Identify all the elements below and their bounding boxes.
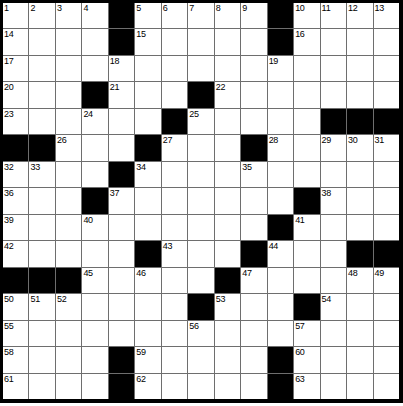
cell-r12c4[interactable]: [82, 294, 107, 319]
clue-number-51: 51: [30, 294, 39, 304]
cell-r2c4[interactable]: [82, 29, 107, 54]
cell-r2c10[interactable]: [241, 29, 266, 54]
cell-r5c9[interactable]: [215, 109, 240, 134]
black-cell-r11c9: [215, 268, 240, 293]
cell-r15c1[interactable]: 61: [3, 374, 28, 399]
cell-r7c4[interactable]: [82, 162, 107, 187]
clue-number-7: 7: [189, 3, 194, 13]
clue-number-55: 55: [4, 321, 13, 331]
cell-r13c3[interactable]: [56, 321, 81, 346]
clue-number-44: 44: [269, 241, 278, 251]
black-cell-r5c15: [374, 109, 399, 134]
cell-r10c11[interactable]: 44: [268, 241, 293, 266]
cell-r10c1[interactable]: 42: [3, 241, 28, 266]
clue-number-15: 15: [136, 29, 145, 39]
cell-r5c1[interactable]: 23: [3, 109, 28, 134]
cell-r8c1[interactable]: 36: [3, 188, 28, 213]
cell-r4c15[interactable]: [374, 82, 399, 107]
cell-r8c10[interactable]: [241, 188, 266, 213]
cell-r8c5[interactable]: 37: [109, 188, 134, 213]
cell-r3c8[interactable]: [188, 56, 213, 81]
cell-r7c8[interactable]: [188, 162, 213, 187]
black-cell-r10c14: [347, 241, 372, 266]
cell-r15c12[interactable]: 63: [294, 374, 319, 399]
clue-number-8: 8: [216, 3, 221, 13]
cell-r7c9[interactable]: [215, 162, 240, 187]
black-cell-r5c7: [162, 109, 187, 134]
cell-r4c10[interactable]: [241, 82, 266, 107]
clue-number-39: 39: [4, 215, 13, 225]
black-cell-r6c6: [135, 135, 160, 160]
clue-number-46: 46: [136, 268, 145, 278]
cell-r4c14[interactable]: [347, 82, 372, 107]
cell-r14c7[interactable]: [162, 347, 187, 372]
clue-number-43: 43: [163, 241, 172, 251]
cell-r1c14[interactable]: 12: [347, 3, 372, 28]
cell-r5c11[interactable]: [268, 109, 293, 134]
black-cell-r5c14: [347, 109, 372, 134]
clue-number-23: 23: [4, 109, 13, 119]
clue-number-13: 13: [375, 3, 384, 13]
cell-r1c9[interactable]: 8: [215, 3, 240, 28]
cell-r8c14[interactable]: [347, 188, 372, 213]
cell-r13c15[interactable]: [374, 321, 399, 346]
cell-r15c14[interactable]: [347, 374, 372, 399]
black-cell-r11c1: [3, 268, 28, 293]
cell-r12c5[interactable]: [109, 294, 134, 319]
black-cell-r12c12: [294, 294, 319, 319]
cell-r3c11[interactable]: 19: [268, 56, 293, 81]
cell-r11c11[interactable]: [268, 268, 293, 293]
cell-r2c9[interactable]: [215, 29, 240, 54]
cell-r8c3[interactable]: [56, 188, 81, 213]
clue-number-52: 52: [57, 294, 66, 304]
cell-r1c15[interactable]: 13: [374, 3, 399, 28]
cell-r9c13[interactable]: [321, 215, 346, 240]
cell-r9c8[interactable]: [188, 215, 213, 240]
cell-r2c13[interactable]: [321, 29, 346, 54]
black-cell-r2c5: [109, 29, 134, 54]
cell-r10c8[interactable]: [188, 241, 213, 266]
cell-r8c11[interactable]: [268, 188, 293, 213]
clue-number-62: 62: [136, 374, 145, 384]
black-cell-r5c13: [321, 109, 346, 134]
clue-number-25: 25: [189, 109, 198, 119]
cell-r7c15[interactable]: [374, 162, 399, 187]
cell-r14c4[interactable]: [82, 347, 107, 372]
cell-r1c12[interactable]: 10: [294, 3, 319, 28]
clue-number-9: 9: [242, 3, 247, 13]
cell-r15c15[interactable]: [374, 374, 399, 399]
clue-number-20: 20: [4, 82, 13, 92]
cell-r13c5[interactable]: [109, 321, 134, 346]
cell-r12c3[interactable]: 52: [56, 294, 81, 319]
cell-r8c7[interactable]: [162, 188, 187, 213]
cell-r10c5[interactable]: [109, 241, 134, 266]
cell-r15c6[interactable]: 62: [135, 374, 160, 399]
black-cell-r8c4: [82, 188, 107, 213]
cell-r5c2[interactable]: [29, 109, 54, 134]
cell-r6c8[interactable]: [188, 135, 213, 160]
clue-number-61: 61: [4, 374, 13, 384]
cell-r9c9[interactable]: [215, 215, 240, 240]
cell-r7c12[interactable]: [294, 162, 319, 187]
clue-number-28: 28: [269, 135, 278, 145]
clue-number-14: 14: [4, 29, 13, 39]
cell-r2c6[interactable]: 15: [135, 29, 160, 54]
cell-r13c13[interactable]: [321, 321, 346, 346]
cell-r1c7[interactable]: 6: [162, 3, 187, 28]
cell-r14c8[interactable]: [188, 347, 213, 372]
cell-r3c14[interactable]: [347, 56, 372, 81]
cell-r14c13[interactable]: [321, 347, 346, 372]
cell-r6c7[interactable]: 27: [162, 135, 187, 160]
cell-r11c6[interactable]: 46: [135, 268, 160, 293]
clue-number-41: 41: [295, 215, 304, 225]
cell-r1c3[interactable]: 3: [56, 3, 81, 28]
cell-r9c1[interactable]: 39: [3, 215, 28, 240]
cell-r12c9[interactable]: 53: [215, 294, 240, 319]
cell-r7c2[interactable]: 33: [29, 162, 54, 187]
cell-r11c7[interactable]: [162, 268, 187, 293]
cell-r13c7[interactable]: [162, 321, 187, 346]
black-cell-r9c11: [268, 215, 293, 240]
cell-r15c2[interactable]: [29, 374, 54, 399]
clue-number-57: 57: [295, 321, 304, 331]
cell-r7c1[interactable]: 32: [3, 162, 28, 187]
cell-r5c3[interactable]: [56, 109, 81, 134]
cell-r3c12[interactable]: [294, 56, 319, 81]
black-cell-r6c10: [241, 135, 266, 160]
clue-number-1: 1: [4, 3, 9, 13]
cell-r8c15[interactable]: [374, 188, 399, 213]
cell-r3c13[interactable]: [321, 56, 346, 81]
clue-number-37: 37: [110, 188, 119, 198]
clue-number-53: 53: [216, 294, 225, 304]
clue-number-29: 29: [322, 135, 331, 145]
clue-number-3: 3: [57, 3, 62, 13]
clue-number-32: 32: [4, 162, 13, 172]
clue-number-40: 40: [83, 215, 92, 225]
black-cell-r10c15: [374, 241, 399, 266]
black-cell-r10c10: [241, 241, 266, 266]
clue-number-36: 36: [4, 188, 13, 198]
clue-number-27: 27: [163, 135, 172, 145]
black-cell-r1c5: [109, 3, 134, 28]
cell-r5c6[interactable]: [135, 109, 160, 134]
cell-r13c10[interactable]: [241, 321, 266, 346]
cell-r4c9[interactable]: 22: [215, 82, 240, 107]
cell-r3c3[interactable]: [56, 56, 81, 81]
cell-r13c12[interactable]: 57: [294, 321, 319, 346]
black-cell-r14c11: [268, 347, 293, 372]
clue-number-49: 49: [375, 268, 384, 278]
clue-number-6: 6: [163, 3, 168, 13]
clue-number-19: 19: [269, 56, 278, 66]
cell-r13c8[interactable]: 56: [188, 321, 213, 346]
cell-r10c4[interactable]: [82, 241, 107, 266]
cell-r6c3[interactable]: 26: [56, 135, 81, 160]
cell-r2c15[interactable]: [374, 29, 399, 54]
clue-number-31: 31: [375, 135, 384, 145]
clue-number-10: 10: [295, 3, 304, 13]
cell-r9c6[interactable]: [135, 215, 160, 240]
clue-number-21: 21: [110, 82, 119, 92]
cell-r14c6[interactable]: 59: [135, 347, 160, 372]
cell-r2c7[interactable]: [162, 29, 187, 54]
cell-r8c6[interactable]: [135, 188, 160, 213]
black-cell-r10c6: [135, 241, 160, 266]
cell-r3c2[interactable]: [29, 56, 54, 81]
cell-r14c10[interactable]: [241, 347, 266, 372]
clue-number-2: 2: [30, 3, 35, 13]
cell-r7c7[interactable]: [162, 162, 187, 187]
cell-r8c8[interactable]: [188, 188, 213, 213]
cell-r11c10[interactable]: 47: [241, 268, 266, 293]
cell-r15c10[interactable]: [241, 374, 266, 399]
cell-r4c11[interactable]: [268, 82, 293, 107]
cell-r14c3[interactable]: [56, 347, 81, 372]
cell-r9c7[interactable]: [162, 215, 187, 240]
cell-r15c8[interactable]: [188, 374, 213, 399]
clue-number-18: 18: [110, 56, 119, 66]
cell-r9c15[interactable]: [374, 215, 399, 240]
cell-r10c12[interactable]: [294, 241, 319, 266]
cell-r7c13[interactable]: [321, 162, 346, 187]
clue-number-34: 34: [136, 162, 145, 172]
clue-number-42: 42: [4, 241, 13, 251]
cell-r5c10[interactable]: [241, 109, 266, 134]
cell-r3c10[interactable]: [241, 56, 266, 81]
cell-r3c9[interactable]: [215, 56, 240, 81]
cell-r14c2[interactable]: [29, 347, 54, 372]
cell-r3c6[interactable]: [135, 56, 160, 81]
clue-number-12: 12: [348, 3, 357, 13]
black-cell-r12c8: [188, 294, 213, 319]
clue-number-38: 38: [322, 188, 331, 198]
cell-r6c9[interactable]: [215, 135, 240, 160]
cell-r2c8[interactable]: [188, 29, 213, 54]
black-cell-r2c11: [268, 29, 293, 54]
clue-number-50: 50: [4, 294, 13, 304]
cell-r11c14[interactable]: 48: [347, 268, 372, 293]
cell-r7c11[interactable]: [268, 162, 293, 187]
cell-r2c3[interactable]: [56, 29, 81, 54]
cell-r15c7[interactable]: [162, 374, 187, 399]
black-cell-r6c2: [29, 135, 54, 160]
cell-r9c2[interactable]: [29, 215, 54, 240]
clue-number-16: 16: [295, 29, 304, 39]
cell-r13c9[interactable]: [215, 321, 240, 346]
clue-number-30: 30: [348, 135, 357, 145]
cell-r6c15[interactable]: 31: [374, 135, 399, 160]
clue-number-60: 60: [295, 347, 304, 357]
cell-r1c13[interactable]: 11: [321, 3, 346, 28]
cell-r10c9[interactable]: [215, 241, 240, 266]
cell-r6c12[interactable]: [294, 135, 319, 160]
cell-r6c11[interactable]: 28: [268, 135, 293, 160]
clue-number-33: 33: [30, 162, 39, 172]
cell-r3c1[interactable]: 17: [3, 56, 28, 81]
clue-number-54: 54: [322, 294, 331, 304]
cell-r1c8[interactable]: 7: [188, 3, 213, 28]
cell-r4c12[interactable]: [294, 82, 319, 107]
cell-r14c14[interactable]: [347, 347, 372, 372]
clue-number-58: 58: [4, 347, 13, 357]
cell-r9c14[interactable]: [347, 215, 372, 240]
black-cell-r15c11: [268, 374, 293, 399]
cell-r10c3[interactable]: [56, 241, 81, 266]
cell-r3c4[interactable]: [82, 56, 107, 81]
cell-r13c2[interactable]: [29, 321, 54, 346]
cell-r12c14[interactable]: [347, 294, 372, 319]
cell-r12c15[interactable]: [374, 294, 399, 319]
black-cell-r15c5: [109, 374, 134, 399]
clue-number-5: 5: [136, 3, 141, 13]
cell-r15c4[interactable]: [82, 374, 107, 399]
crossword-grid: 1234567891011121314151617181920212223242…: [0, 0, 403, 403]
clue-number-22: 22: [216, 82, 225, 92]
cell-r14c9[interactable]: [215, 347, 240, 372]
clue-number-63: 63: [295, 374, 304, 384]
cell-r2c14[interactable]: [347, 29, 372, 54]
black-cell-r11c3: [56, 268, 81, 293]
clue-number-26: 26: [57, 135, 66, 145]
cell-r4c2[interactable]: [29, 82, 54, 107]
cell-r2c1[interactable]: 14: [3, 29, 28, 54]
cell-r13c11[interactable]: [268, 321, 293, 346]
cell-r2c2[interactable]: [29, 29, 54, 54]
cell-r15c13[interactable]: [321, 374, 346, 399]
cell-r9c10[interactable]: [241, 215, 266, 240]
cell-r11c15[interactable]: 49: [374, 268, 399, 293]
cell-r9c5[interactable]: [109, 215, 134, 240]
cell-r12c10[interactable]: [241, 294, 266, 319]
clue-number-4: 4: [83, 3, 88, 13]
clue-number-11: 11: [322, 3, 331, 13]
cell-r4c5[interactable]: 21: [109, 82, 134, 107]
clue-number-47: 47: [242, 268, 251, 278]
cell-r13c14[interactable]: [347, 321, 372, 346]
black-cell-r4c8: [188, 82, 213, 107]
cell-r13c4[interactable]: [82, 321, 107, 346]
black-cell-r11c2: [29, 268, 54, 293]
cell-r9c4[interactable]: 40: [82, 215, 107, 240]
cell-r7c14[interactable]: [347, 162, 372, 187]
cell-r11c5[interactable]: [109, 268, 134, 293]
cell-r13c1[interactable]: 55: [3, 321, 28, 346]
cell-r4c1[interactable]: 20: [3, 82, 28, 107]
cell-r5c4[interactable]: 24: [82, 109, 107, 134]
cell-r14c15[interactable]: [374, 347, 399, 372]
cell-r12c13[interactable]: 54: [321, 294, 346, 319]
cell-r7c10[interactable]: 35: [241, 162, 266, 187]
cell-r11c4[interactable]: 45: [82, 268, 107, 293]
cell-r4c3[interactable]: [56, 82, 81, 107]
cell-r12c2[interactable]: 51: [29, 294, 54, 319]
clue-number-35: 35: [242, 162, 251, 172]
cell-r7c6[interactable]: 34: [135, 162, 160, 187]
cell-r6c4[interactable]: [82, 135, 107, 160]
cell-r9c12[interactable]: 41: [294, 215, 319, 240]
cell-r4c6[interactable]: [135, 82, 160, 107]
crossword-page: 1234567891011121314151617181920212223242…: [0, 0, 403, 406]
clue-number-24: 24: [83, 109, 92, 119]
cell-r4c7[interactable]: [162, 82, 187, 107]
cell-r5c8[interactable]: 25: [188, 109, 213, 134]
cell-r10c13[interactable]: [321, 241, 346, 266]
cell-r12c6[interactable]: [135, 294, 160, 319]
cell-r15c9[interactable]: [215, 374, 240, 399]
cell-r11c13[interactable]: [321, 268, 346, 293]
cell-r11c12[interactable]: [294, 268, 319, 293]
cell-r1c4[interactable]: 4: [82, 3, 107, 28]
cell-r1c6[interactable]: 5: [135, 3, 160, 28]
black-cell-r14c5: [109, 347, 134, 372]
cell-r12c1[interactable]: 50: [3, 294, 28, 319]
cell-r3c7[interactable]: [162, 56, 187, 81]
cell-r14c12[interactable]: 60: [294, 347, 319, 372]
clue-number-48: 48: [348, 268, 357, 278]
clue-number-56: 56: [189, 321, 198, 331]
cell-r10c7[interactable]: 43: [162, 241, 187, 266]
cell-r11c8[interactable]: [188, 268, 213, 293]
black-cell-r8c12: [294, 188, 319, 213]
black-cell-r7c5: [109, 162, 134, 187]
cell-r8c13[interactable]: 38: [321, 188, 346, 213]
cell-r13c6[interactable]: [135, 321, 160, 346]
cell-r10c2[interactable]: [29, 241, 54, 266]
clue-number-59: 59: [136, 347, 145, 357]
cell-r2c12[interactable]: 16: [294, 29, 319, 54]
cell-r3c15[interactable]: [374, 56, 399, 81]
cell-r8c2[interactable]: [29, 188, 54, 213]
cell-r15c3[interactable]: [56, 374, 81, 399]
cell-r3c5[interactable]: 18: [109, 56, 134, 81]
cell-r1c10[interactable]: 9: [241, 3, 266, 28]
cell-r1c1[interactable]: 1: [3, 3, 28, 28]
clue-number-17: 17: [4, 56, 13, 66]
cell-r4c13[interactable]: [321, 82, 346, 107]
cell-r5c5[interactable]: [109, 109, 134, 134]
cell-r7c3[interactable]: [56, 162, 81, 187]
cell-r14c1[interactable]: 58: [3, 347, 28, 372]
cell-r5c12[interactable]: [294, 109, 319, 134]
clue-number-45: 45: [83, 268, 92, 278]
cell-r8c9[interactable]: [215, 188, 240, 213]
black-cell-r4c4: [82, 82, 107, 107]
cell-r9c3[interactable]: [56, 215, 81, 240]
black-cell-r1c11: [268, 3, 293, 28]
cell-r1c2[interactable]: 2: [29, 3, 54, 28]
cell-r6c5[interactable]: [109, 135, 134, 160]
cell-r6c13[interactable]: 29: [321, 135, 346, 160]
cell-r6c14[interactable]: 30: [347, 135, 372, 160]
black-cell-r6c1: [3, 135, 28, 160]
cell-r12c11[interactable]: [268, 294, 293, 319]
cell-r12c7[interactable]: [162, 294, 187, 319]
